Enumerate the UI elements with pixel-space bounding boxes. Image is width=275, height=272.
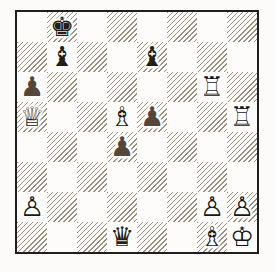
square-d1[interactable]: ♛ <box>107 222 137 252</box>
square-a3[interactable] <box>17 162 47 192</box>
piece-white-rook[interactable]: ♜♖ <box>227 102 257 132</box>
piece-white-pawn[interactable]: ♟♙ <box>17 192 47 222</box>
square-c6[interactable] <box>77 72 107 102</box>
square-d8[interactable] <box>107 12 137 42</box>
queen-glyph: ♛ <box>107 222 137 252</box>
square-g8[interactable] <box>197 12 227 42</box>
square-b1[interactable] <box>47 222 77 252</box>
pawn-glyph: ♟ <box>17 72 47 102</box>
square-f2[interactable] <box>167 192 197 222</box>
square-b8[interactable]: ♚ <box>47 12 77 42</box>
pawn-glyph-outline: ♙ <box>17 192 47 222</box>
square-b3[interactable] <box>47 162 77 192</box>
square-c7[interactable] <box>77 42 107 72</box>
square-d7[interactable] <box>107 42 137 72</box>
rook-glyph-outline: ♖ <box>227 102 257 132</box>
square-c2[interactable] <box>77 192 107 222</box>
square-e3[interactable] <box>137 162 167 192</box>
square-b7[interactable]: ♝ <box>47 42 77 72</box>
piece-black-bishop[interactable]: ♝ <box>47 42 77 72</box>
square-f7[interactable] <box>167 42 197 72</box>
square-c8[interactable] <box>77 12 107 42</box>
piece-white-king[interactable]: ♚♔ <box>227 222 257 252</box>
square-a5[interactable]: ♛♕ <box>17 102 47 132</box>
square-h6[interactable] <box>227 72 257 102</box>
square-a7[interactable] <box>17 42 47 72</box>
square-e5[interactable]: ♟ <box>137 102 167 132</box>
rook-glyph-outline: ♖ <box>197 72 227 102</box>
square-e7[interactable]: ♝ <box>137 42 167 72</box>
square-b2[interactable] <box>47 192 77 222</box>
piece-white-rook[interactable]: ♜♖ <box>197 72 227 102</box>
square-h7[interactable] <box>227 42 257 72</box>
piece-black-pawn[interactable]: ♟ <box>17 72 47 102</box>
square-h1[interactable]: ♚♔ <box>227 222 257 252</box>
square-b5[interactable] <box>47 102 77 132</box>
square-b4[interactable] <box>47 132 77 162</box>
square-e2[interactable] <box>137 192 167 222</box>
pawn-glyph-outline: ♙ <box>227 192 257 222</box>
square-c4[interactable] <box>77 132 107 162</box>
bishop-glyph: ♝ <box>47 42 77 72</box>
queen-glyph-outline: ♕ <box>17 102 47 132</box>
square-g6[interactable]: ♜♖ <box>197 72 227 102</box>
square-g1[interactable]: ♝♗ <box>197 222 227 252</box>
square-c5[interactable] <box>77 102 107 132</box>
bishop-glyph: ♝ <box>137 42 167 72</box>
square-c3[interactable] <box>77 162 107 192</box>
square-f1[interactable] <box>167 222 197 252</box>
piece-white-bishop[interactable]: ♝♗ <box>107 102 137 132</box>
square-h3[interactable] <box>227 162 257 192</box>
square-f4[interactable] <box>167 132 197 162</box>
chess-board: ♚♝♝♟♜♖♛♕♝♗♟♜♖♟♟♙♟♙♟♙♛♝♗♚♔ <box>15 10 259 254</box>
square-d2[interactable] <box>107 192 137 222</box>
piece-black-bishop[interactable]: ♝ <box>137 42 167 72</box>
square-d4[interactable]: ♟ <box>107 132 137 162</box>
piece-white-bishop[interactable]: ♝♗ <box>197 222 227 252</box>
square-f3[interactable] <box>167 162 197 192</box>
square-a4[interactable] <box>17 132 47 162</box>
square-h5[interactable]: ♜♖ <box>227 102 257 132</box>
square-a1[interactable] <box>17 222 47 252</box>
square-d5[interactable]: ♝♗ <box>107 102 137 132</box>
square-b6[interactable] <box>47 72 77 102</box>
square-e1[interactable] <box>137 222 167 252</box>
square-d3[interactable] <box>107 162 137 192</box>
piece-black-king[interactable]: ♚ <box>47 12 77 42</box>
piece-black-pawn[interactable]: ♟ <box>137 102 167 132</box>
pawn-glyph: ♟ <box>137 102 167 132</box>
square-a6[interactable]: ♟ <box>17 72 47 102</box>
bishop-glyph-outline: ♗ <box>107 102 137 132</box>
square-h4[interactable] <box>227 132 257 162</box>
square-e8[interactable] <box>137 12 167 42</box>
bishop-glyph-outline: ♗ <box>197 222 227 252</box>
square-f5[interactable] <box>167 102 197 132</box>
square-f8[interactable] <box>167 12 197 42</box>
piece-white-queen[interactable]: ♛♕ <box>17 102 47 132</box>
square-g4[interactable] <box>197 132 227 162</box>
pawn-glyph-outline: ♙ <box>197 192 227 222</box>
square-g5[interactable] <box>197 102 227 132</box>
square-h2[interactable]: ♟♙ <box>227 192 257 222</box>
square-e4[interactable] <box>137 132 167 162</box>
king-glyph-outline: ♔ <box>227 222 257 252</box>
piece-white-pawn[interactable]: ♟♙ <box>197 192 227 222</box>
square-h8[interactable] <box>227 12 257 42</box>
square-a2[interactable]: ♟♙ <box>17 192 47 222</box>
square-g3[interactable] <box>197 162 227 192</box>
pawn-glyph: ♟ <box>107 132 137 162</box>
square-g7[interactable] <box>197 42 227 72</box>
square-e6[interactable] <box>137 72 167 102</box>
chess-diagram: ♚♝♝♟♜♖♛♕♝♗♟♜♖♟♟♙♟♙♟♙♛♝♗♚♔ <box>0 0 275 272</box>
piece-white-pawn[interactable]: ♟♙ <box>227 192 257 222</box>
square-f6[interactable] <box>167 72 197 102</box>
square-a8[interactable] <box>17 12 47 42</box>
square-g2[interactable]: ♟♙ <box>197 192 227 222</box>
square-c1[interactable] <box>77 222 107 252</box>
king-glyph: ♚ <box>47 12 77 42</box>
piece-black-queen[interactable]: ♛ <box>107 222 137 252</box>
piece-black-pawn[interactable]: ♟ <box>107 132 137 162</box>
square-d6[interactable] <box>107 72 137 102</box>
